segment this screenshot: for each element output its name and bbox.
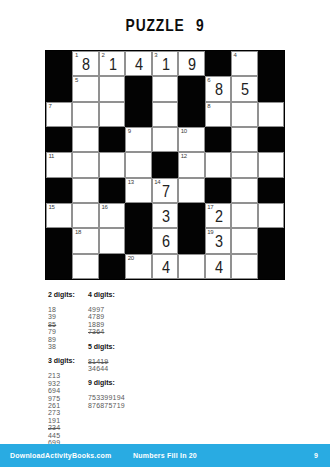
- cell-r2c1[interactable]: [72, 102, 98, 127]
- cell-r2c2[interactable]: [99, 102, 125, 127]
- prefilled-digit: 4: [154, 254, 176, 278]
- puzzle-page: PUZZLE 9 1821431945685789101112131471516…: [0, 0, 330, 467]
- clue-number-9: 9: [128, 128, 131, 135]
- fill-in-grid: 1821431945685789101112131471516317218619…: [45, 50, 285, 280]
- clue-item-4997: 4997: [88, 306, 178, 313]
- cell-r7c1[interactable]: 18: [72, 228, 98, 253]
- cell-r4c0[interactable]: 11: [46, 152, 72, 177]
- block-cell-r6c3: [125, 203, 151, 228]
- clue-list-header: 9 digits:: [88, 379, 178, 387]
- clue-number-20: 20: [128, 255, 134, 262]
- cell-r5c4[interactable]: 147: [152, 178, 178, 203]
- cell-r3c5[interactable]: 10: [178, 127, 204, 152]
- clue-item-1889: 1889: [88, 321, 178, 328]
- cell-r8c5[interactable]: [178, 254, 204, 279]
- cell-r1c2[interactable]: [99, 76, 125, 101]
- clue-number-10: 10: [181, 128, 187, 135]
- cell-r0c7[interactable]: 4: [231, 51, 257, 76]
- prefilled-digit: 4: [207, 254, 229, 278]
- clue-block-3-digits: 3 digits:213932694975261273191234445699: [48, 357, 88, 446]
- cell-r6c4[interactable]: 3: [152, 203, 178, 228]
- cell-r6c1[interactable]: [72, 203, 98, 228]
- footer-puzzle-set-label: Numbers Fill In 20: [0, 444, 330, 467]
- clue-list-header: 3 digits:: [48, 357, 88, 365]
- clue-item-81419: 81419: [88, 358, 178, 365]
- cell-r5c3[interactable]: 13: [125, 178, 151, 203]
- prefilled-digit: 9: [180, 52, 202, 76]
- block-cell-r7c5: [178, 228, 204, 253]
- cell-r0c2[interactable]: 21: [99, 51, 125, 76]
- page-title: PUZZLE 9: [13, 15, 317, 34]
- clue-item-38: 38: [48, 343, 88, 350]
- clue-number-12: 12: [181, 153, 187, 160]
- cell-r6c2[interactable]: 16: [99, 203, 125, 228]
- cell-r6c0[interactable]: 15: [46, 203, 72, 228]
- prefilled-digit: 8: [75, 52, 97, 76]
- block-cell-r1c8: [258, 76, 284, 101]
- block-cell-r2c3: [125, 102, 151, 127]
- cell-r0c5[interactable]: 9: [178, 51, 204, 76]
- cell-r8c6[interactable]: 4: [205, 254, 231, 279]
- block-cell-r1c3: [125, 76, 151, 101]
- cell-r5c1[interactable]: [72, 178, 98, 203]
- clue-number-8: 8: [207, 103, 210, 110]
- clue-number-5: 5: [75, 77, 78, 84]
- clue-number-4: 4: [234, 52, 237, 59]
- cell-r1c6[interactable]: 68: [205, 76, 231, 101]
- clue-number-13: 13: [128, 179, 134, 186]
- block-cell-r1c5: [178, 76, 204, 101]
- prefilled-digit: 5: [233, 77, 255, 101]
- cell-r3c1[interactable]: [72, 127, 98, 152]
- prefilled-digit: 8: [207, 77, 229, 101]
- prefilled-digit: 3: [207, 229, 229, 253]
- cell-r6c8[interactable]: [258, 203, 284, 228]
- prefilled-digit: 6: [154, 229, 176, 253]
- cell-r1c7[interactable]: 5: [231, 76, 257, 101]
- block-cell-r5c8: [258, 178, 284, 203]
- prefilled-digit: 4: [128, 52, 150, 76]
- cell-r4c2[interactable]: [99, 152, 125, 177]
- clue-number-16: 16: [101, 204, 107, 211]
- block-cell-r2c5: [178, 102, 204, 127]
- cell-r3c7[interactable]: [231, 127, 257, 152]
- clue-item-191: 191: [48, 417, 88, 424]
- cell-r7c4[interactable]: 6: [152, 228, 178, 253]
- cell-r5c7[interactable]: [231, 178, 257, 203]
- footer-bar: DownloadActivityBooks.com Numbers Fill I…: [0, 444, 330, 467]
- cell-r2c4[interactable]: [152, 102, 178, 127]
- cell-r4c8[interactable]: [258, 152, 284, 177]
- cell-r3c3[interactable]: 9: [125, 127, 151, 152]
- clue-item-213: 213: [48, 372, 88, 379]
- cell-r0c4[interactable]: 31: [152, 51, 178, 76]
- clue-block-2-digits: 2 digits:183985798938: [48, 291, 88, 350]
- block-cell-r7c3: [125, 228, 151, 253]
- block-cell-r8c8: [258, 254, 284, 279]
- block-cell-r8c0: [46, 254, 72, 279]
- cell-r8c1[interactable]: [72, 254, 98, 279]
- block-cell-r3c6: [205, 127, 231, 152]
- clue-block-9-digits: 9 digits:753399194876875719: [88, 379, 178, 409]
- cell-r1c1[interactable]: 5: [72, 76, 98, 101]
- cell-r1c4[interactable]: [152, 76, 178, 101]
- cell-r5c5[interactable]: [178, 178, 204, 203]
- clue-item-694: 694: [48, 387, 88, 394]
- clue-item-932: 932: [48, 380, 88, 387]
- clue-item-234: 234: [48, 424, 88, 431]
- cell-r7c6[interactable]: 193: [205, 228, 231, 253]
- block-cell-r7c0: [46, 228, 72, 253]
- cell-r6c6[interactable]: 172: [205, 203, 231, 228]
- block-cell-r0c6: [205, 51, 231, 76]
- cell-r2c6[interactable]: 8: [205, 102, 231, 127]
- prefilled-digit: 2: [207, 204, 229, 228]
- block-cell-r0c0: [46, 51, 72, 76]
- clue-list-header: 4 digits:: [88, 291, 178, 299]
- clue-item-7364: 7364: [88, 328, 178, 335]
- clue-item-445: 445: [48, 432, 88, 439]
- block-cell-r7c8: [258, 228, 284, 253]
- cell-r6c7[interactable]: [231, 203, 257, 228]
- clue-number-15: 15: [49, 204, 55, 211]
- clue-item-18: 18: [48, 306, 88, 313]
- clue-item-975: 975: [48, 395, 88, 402]
- cell-r4c1[interactable]: [72, 152, 98, 177]
- block-cell-r8c2: [99, 254, 125, 279]
- footer-page-number: 9: [314, 444, 318, 467]
- cell-r4c7[interactable]: [231, 152, 257, 177]
- clue-block-5-digits: 5 digits:8141934644: [88, 343, 178, 373]
- cell-r4c3[interactable]: [125, 152, 151, 177]
- clue-number-18: 18: [75, 229, 81, 236]
- clue-list-header: 5 digits:: [88, 343, 178, 351]
- cell-r8c7[interactable]: [231, 254, 257, 279]
- cell-r2c8[interactable]: [258, 102, 284, 127]
- cell-r8c3[interactable]: 20: [125, 254, 151, 279]
- clue-item-876875719: 876875719: [88, 402, 178, 409]
- clue-item-273: 273: [48, 409, 88, 416]
- block-cell-r6c5: [178, 203, 204, 228]
- cell-r8c4[interactable]: 4: [152, 254, 178, 279]
- prefilled-digit: 1: [101, 52, 123, 76]
- block-cell-r3c2: [99, 127, 125, 152]
- block-cell-r0c8: [258, 51, 284, 76]
- clue-column-1: 2 digits:1839857989383 digits:2139326949…: [48, 291, 88, 454]
- cell-r2c0[interactable]: 7: [46, 102, 72, 127]
- cell-r2c7[interactable]: [231, 102, 257, 127]
- cell-r7c7[interactable]: [231, 228, 257, 253]
- prefilled-digit: 3: [154, 204, 176, 228]
- cell-r4c6[interactable]: [205, 152, 231, 177]
- clue-item-79: 79: [48, 328, 88, 335]
- cell-r7c2[interactable]: [99, 228, 125, 253]
- clue-item-39: 39: [48, 313, 88, 320]
- clue-column-2: 4 digits:49974789188973645 digits:814193…: [88, 291, 178, 454]
- block-cell-r3c0: [46, 127, 72, 152]
- clue-item-4789: 4789: [88, 313, 178, 320]
- block-cell-r5c6: [205, 178, 231, 203]
- clue-item-261: 261: [48, 402, 88, 409]
- block-cell-r3c8: [258, 127, 284, 152]
- clue-number-11: 11: [49, 153, 55, 160]
- block-cell-r5c0: [46, 178, 72, 203]
- block-cell-r4c4: [152, 152, 178, 177]
- cell-r0c1[interactable]: 18: [72, 51, 98, 76]
- clue-item-85: 85: [48, 321, 88, 328]
- prefilled-digit: 7: [154, 178, 176, 202]
- prefilled-digit: 1: [154, 52, 176, 76]
- block-cell-r1c0: [46, 76, 72, 101]
- block-cell-r5c2: [99, 178, 125, 203]
- clue-item-753399194: 753399194: [88, 394, 178, 401]
- cell-r4c5[interactable]: 12: [178, 152, 204, 177]
- clue-item-34644: 34644: [88, 365, 178, 372]
- clue-list-header: 2 digits:: [48, 291, 88, 299]
- clue-block-4-digits: 4 digits:4997478918897364: [88, 291, 178, 336]
- cell-r0c3[interactable]: 4: [125, 51, 151, 76]
- clue-item-89: 89: [48, 336, 88, 343]
- cell-r3c4[interactable]: [152, 127, 178, 152]
- clue-lists: 2 digits:1839857989383 digits:2139326949…: [48, 291, 178, 454]
- clue-number-7: 7: [49, 103, 52, 110]
